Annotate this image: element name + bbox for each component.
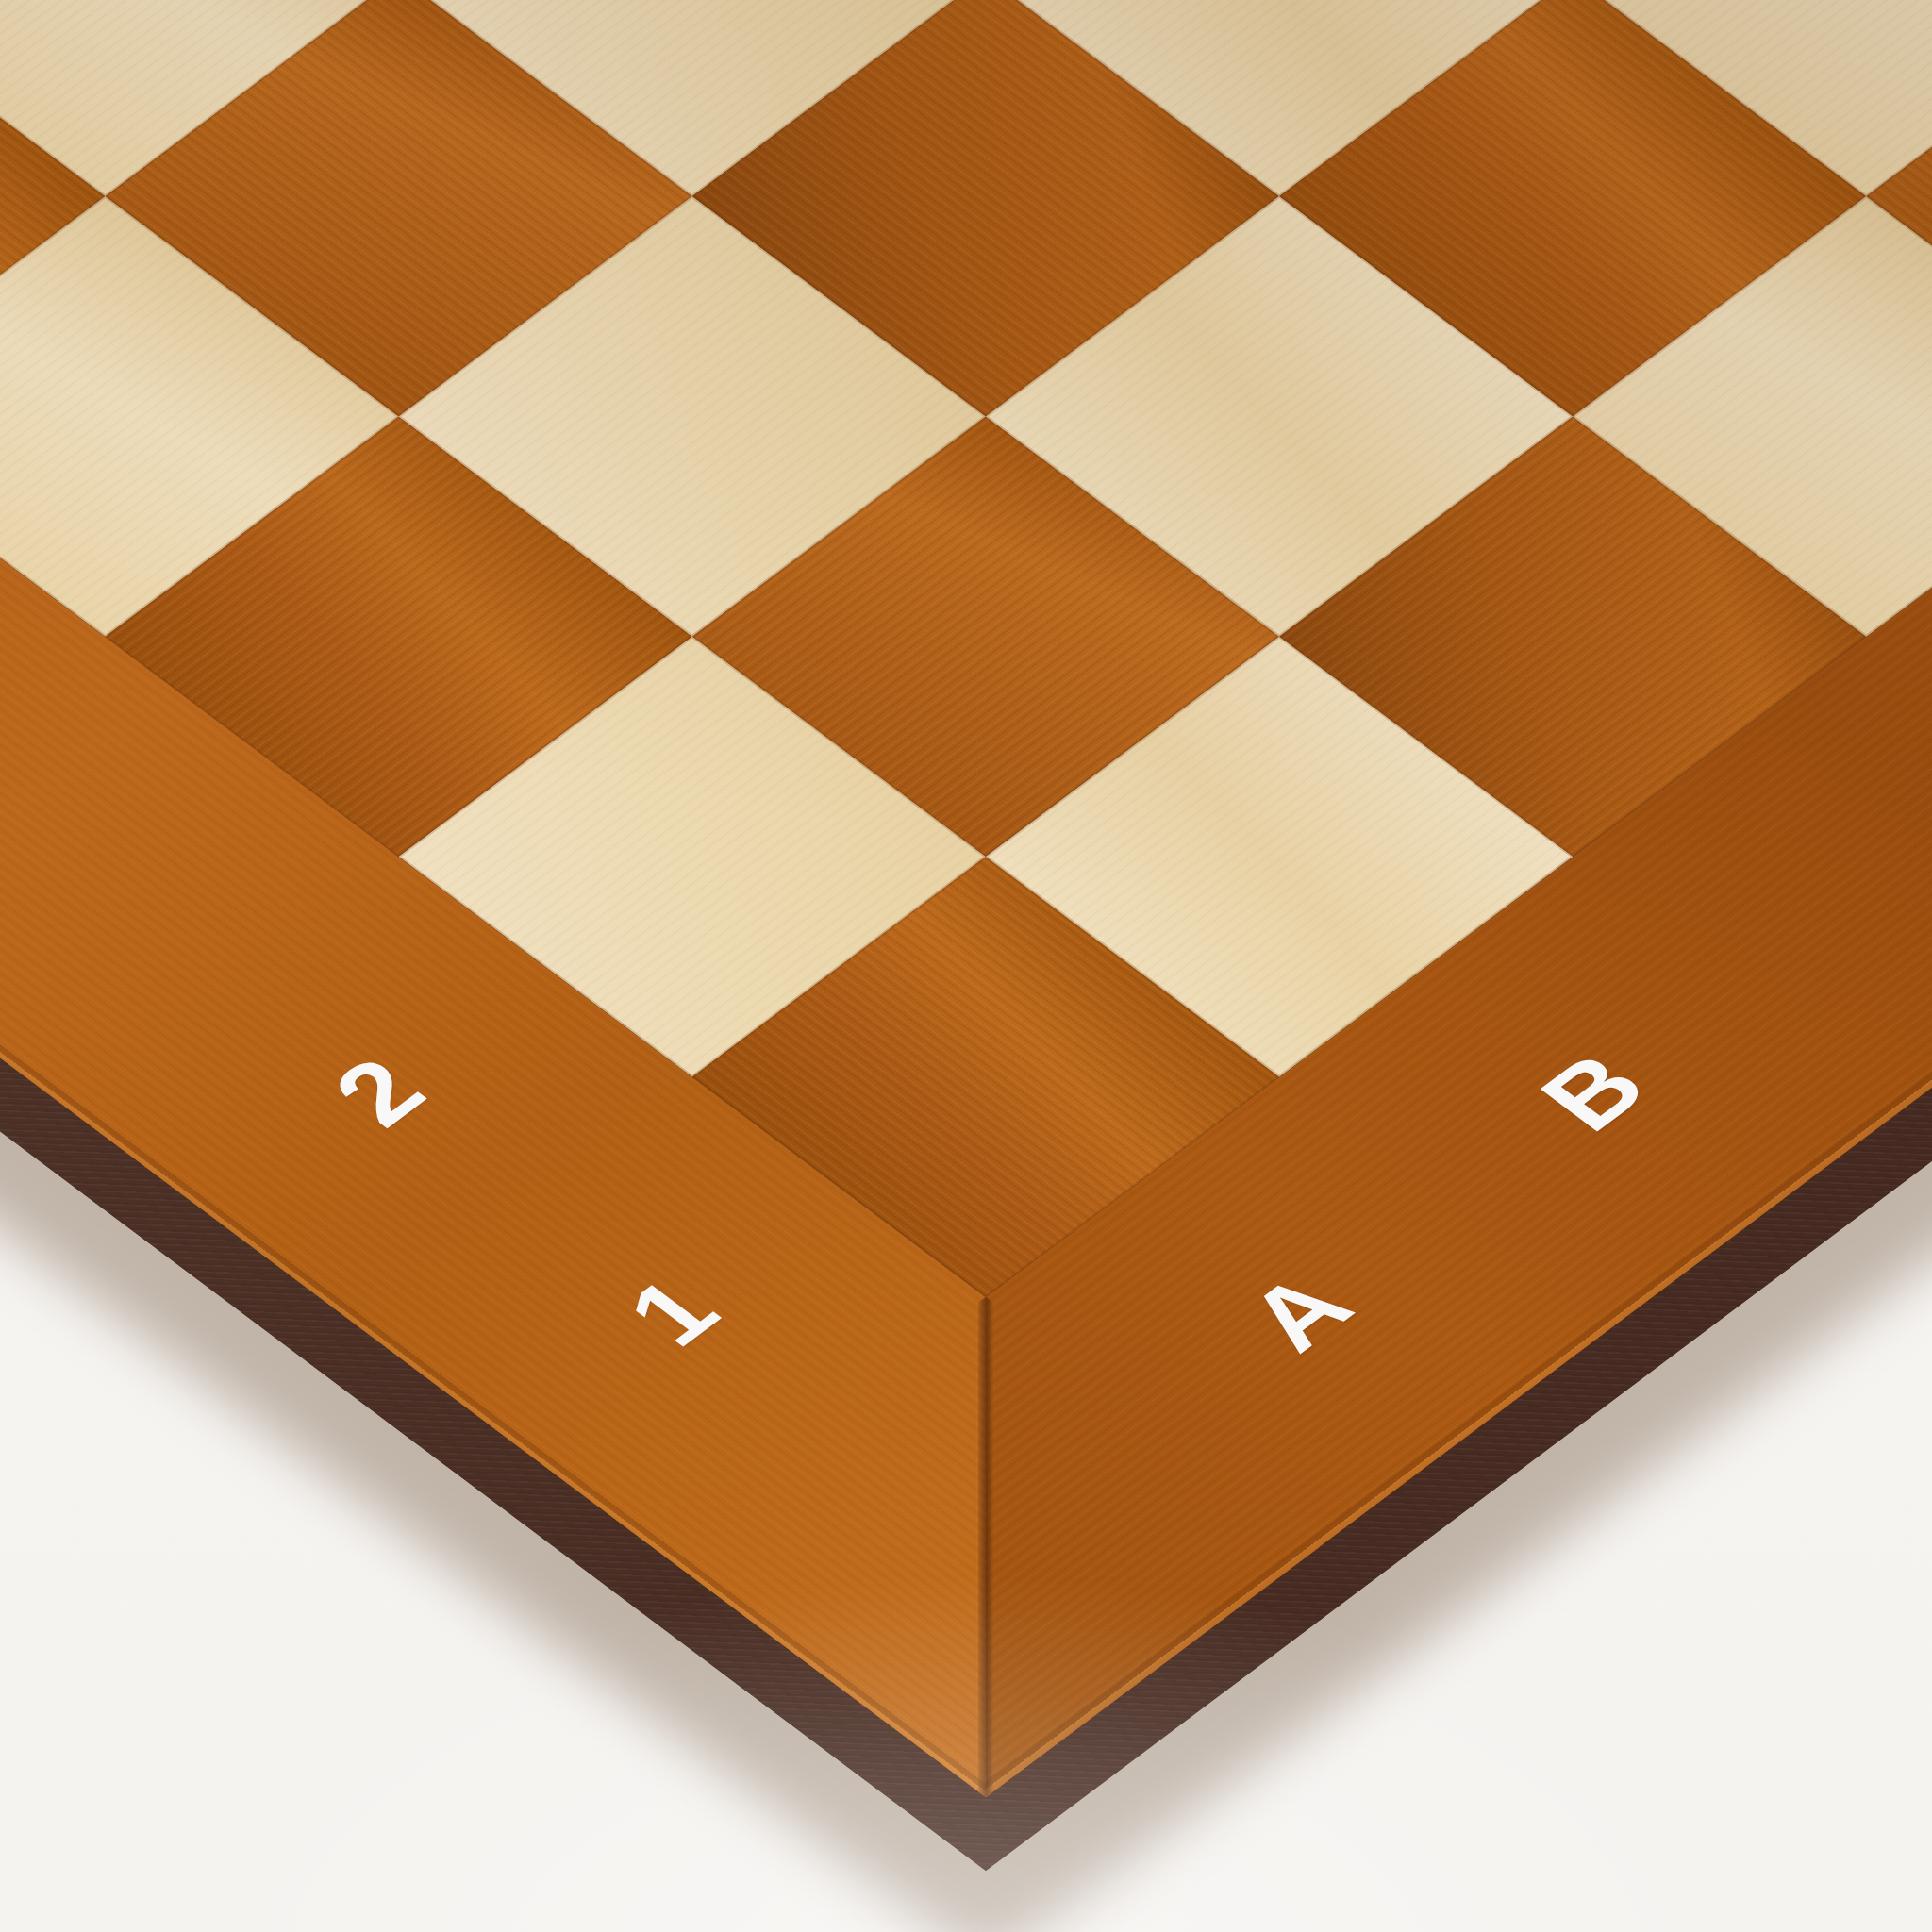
board-surface: 12AB [0, 0, 1932, 1797]
chessboard-photo: 12AB [0, 0, 1932, 1932]
